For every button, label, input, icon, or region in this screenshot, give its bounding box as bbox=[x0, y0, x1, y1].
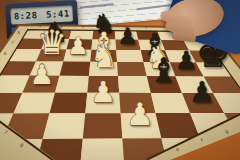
table-surface: 8:28 5:41 abcdefgh87654321 e f g 7 6 ♞♞♟… bbox=[0, 0, 240, 160]
piece-white-pawn-c6[interactable]: ♟ bbox=[67, 35, 88, 59]
piece-black-pawn-e7[interactable]: ♟ bbox=[118, 25, 138, 48]
piece-white-pawn-b4[interactable]: ♟ bbox=[30, 61, 54, 88]
piece-black-bishop-f4[interactable]: ♝ bbox=[148, 54, 178, 88]
piece-white-pawn-d3[interactable]: ♟ bbox=[90, 78, 116, 107]
piece-white-knight-d5[interactable]: ♞ bbox=[90, 41, 118, 72]
piece-white-queen-b6[interactable]: ♛ bbox=[37, 26, 67, 59]
piece-white-pawn-e2[interactable]: ♟ bbox=[126, 99, 154, 130]
piece-black-pawn-g3[interactable]: ♟ bbox=[189, 79, 214, 107]
